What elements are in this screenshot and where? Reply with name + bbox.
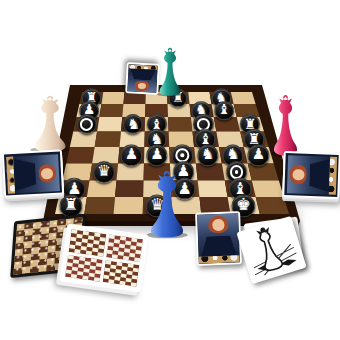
left-card-deck[interactable] [2, 149, 64, 197]
token-ring-a6[interactable] [76, 114, 96, 134]
board-game-scene: ♜♜♞♟♞♝♞♝♜♞♝♜♟♟♞♞♟♛♟♟♟♝♜♛♚ [0, 0, 340, 340]
token-knight-c6[interactable]: ♞ [123, 114, 143, 134]
ivory-queen-piece[interactable] [28, 95, 72, 153]
pink-queen-piece[interactable] [269, 94, 302, 157]
portrait-art [127, 64, 157, 92]
token-queen-b3[interactable]: ♛ [93, 161, 115, 183]
token-pawn-d4[interactable]: ♟ [146, 145, 167, 166]
front-portrait-card[interactable] [195, 211, 242, 266]
portrait-art [4, 152, 62, 196]
blue-queen-piece[interactable] [144, 170, 190, 239]
token-bishop-g7[interactable]: ♝ [214, 101, 234, 121]
token-pawn-c4[interactable]: ♟ [121, 145, 142, 166]
right-card-deck[interactable] [282, 151, 340, 199]
top-portrait-card[interactable] [125, 62, 160, 95]
queen-sketch-icon [239, 218, 304, 281]
token-knight-f4[interactable]: ♞ [197, 145, 218, 166]
pattern-4 [102, 260, 139, 287]
pattern-3 [65, 254, 102, 281]
pattern-1 [69, 229, 106, 256]
pattern-card[interactable] [59, 224, 148, 293]
pattern-2 [106, 234, 143, 261]
token-pawn-h4[interactable]: ♟ [248, 145, 269, 166]
portrait-art [197, 213, 240, 263]
teal-queen-piece[interactable] [155, 47, 185, 97]
portrait-art [284, 153, 338, 197]
pattern-grid [62, 226, 147, 290]
